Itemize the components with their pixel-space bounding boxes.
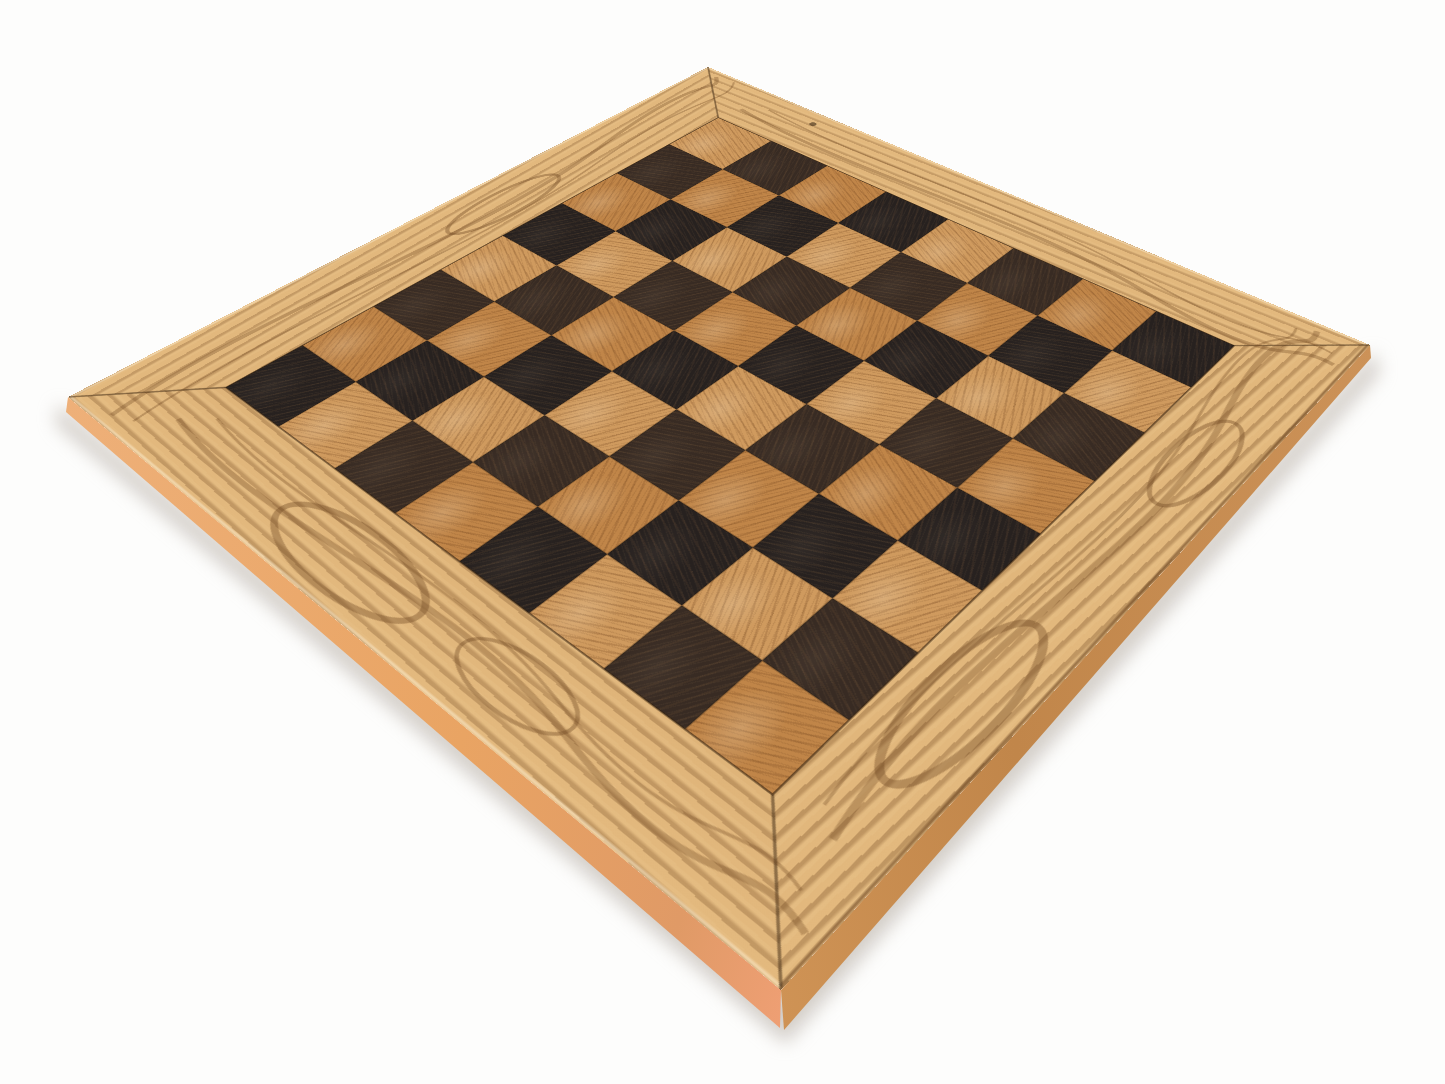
product-photo-scene [0,0,1445,1084]
